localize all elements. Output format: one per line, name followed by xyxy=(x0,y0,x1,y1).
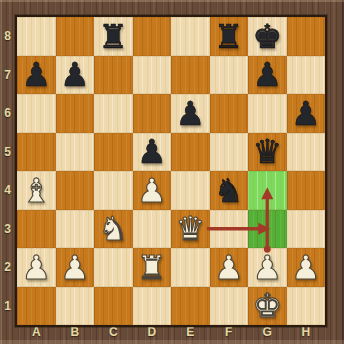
square-b5[interactable] xyxy=(56,133,95,172)
piece-black-pawn-d5[interactable]: ♟ xyxy=(137,135,167,168)
square-e5[interactable] xyxy=(171,133,210,172)
square-h4[interactable] xyxy=(287,171,326,210)
rank-label-3: 3 xyxy=(0,210,15,249)
square-h2[interactable]: ♟ xyxy=(287,248,326,287)
piece-black-queen-g5[interactable]: ♛ xyxy=(252,135,282,168)
square-h6[interactable]: ♟ xyxy=(287,94,326,133)
piece-black-rook-c8[interactable]: ♜ xyxy=(98,20,128,53)
square-c4[interactable] xyxy=(94,171,133,210)
square-e7[interactable] xyxy=(171,56,210,95)
square-h7[interactable] xyxy=(287,56,326,95)
board-border: ♜♜♚♟♟♟♟♟♟♛♝♟♞♞♛♟♟♜♟♟♟♚ xyxy=(15,15,327,327)
chess-board-frame: 87654321 ABCDEFGH ♜♜♚♟♟♟♟♟♟♛♝♟♞♞♛♟♟♜♟♟♟♚ xyxy=(0,0,344,344)
square-d4[interactable]: ♟ xyxy=(133,171,172,210)
piece-black-knight-f4[interactable]: ♞ xyxy=(214,174,244,207)
rank-label-6: 6 xyxy=(0,94,15,133)
piece-white-pawn-h2[interactable]: ♟ xyxy=(291,251,321,284)
square-h8[interactable] xyxy=(287,17,326,56)
square-g8[interactable]: ♚ xyxy=(248,17,287,56)
square-f6[interactable] xyxy=(210,94,249,133)
rank-label-1: 1 xyxy=(0,287,15,326)
rank-label-7: 7 xyxy=(0,56,15,95)
square-c3[interactable]: ♞ xyxy=(94,210,133,249)
square-h3[interactable] xyxy=(287,210,326,249)
square-g2[interactable]: ♟ xyxy=(248,248,287,287)
square-a5[interactable] xyxy=(17,133,56,172)
piece-white-bishop-a4[interactable]: ♝ xyxy=(21,174,51,207)
piece-white-pawn-a2[interactable]: ♟ xyxy=(21,251,51,284)
piece-black-pawn-g7[interactable]: ♟ xyxy=(252,58,282,91)
square-f5[interactable] xyxy=(210,133,249,172)
square-c2[interactable] xyxy=(94,248,133,287)
rank-labels: 87654321 xyxy=(0,17,15,325)
square-c6[interactable] xyxy=(94,94,133,133)
rank-label-2: 2 xyxy=(0,248,15,287)
square-g3[interactable] xyxy=(248,210,287,249)
square-d1[interactable] xyxy=(133,287,172,326)
square-g5[interactable]: ♛ xyxy=(248,133,287,172)
square-a3[interactable] xyxy=(17,210,56,249)
square-b7[interactable]: ♟ xyxy=(56,56,95,95)
square-e1[interactable] xyxy=(171,287,210,326)
square-a6[interactable] xyxy=(17,94,56,133)
square-f4[interactable]: ♞ xyxy=(210,171,249,210)
piece-white-pawn-f2[interactable]: ♟ xyxy=(214,251,244,284)
square-h1[interactable] xyxy=(287,287,326,326)
square-d8[interactable] xyxy=(133,17,172,56)
piece-white-pawn-b2[interactable]: ♟ xyxy=(60,251,90,284)
square-b8[interactable] xyxy=(56,17,95,56)
square-b6[interactable] xyxy=(56,94,95,133)
rank-label-8: 8 xyxy=(0,17,15,56)
square-c5[interactable] xyxy=(94,133,133,172)
square-b2[interactable]: ♟ xyxy=(56,248,95,287)
square-g1[interactable]: ♚ xyxy=(248,287,287,326)
square-f8[interactable]: ♜ xyxy=(210,17,249,56)
square-e3[interactable]: ♛ xyxy=(171,210,210,249)
square-e2[interactable] xyxy=(171,248,210,287)
square-e8[interactable] xyxy=(171,17,210,56)
piece-black-king-g8[interactable]: ♚ xyxy=(252,20,282,53)
square-a2[interactable]: ♟ xyxy=(17,248,56,287)
piece-black-pawn-h6[interactable]: ♟ xyxy=(291,97,321,130)
square-f7[interactable] xyxy=(210,56,249,95)
square-f3[interactable] xyxy=(210,210,249,249)
square-d3[interactable] xyxy=(133,210,172,249)
piece-black-rook-f8[interactable]: ♜ xyxy=(214,20,244,53)
piece-white-pawn-d4[interactable]: ♟ xyxy=(137,174,167,207)
square-g4[interactable] xyxy=(248,171,287,210)
piece-black-pawn-b7[interactable]: ♟ xyxy=(60,58,90,91)
square-h5[interactable] xyxy=(287,133,326,172)
square-d6[interactable] xyxy=(133,94,172,133)
square-c8[interactable]: ♜ xyxy=(94,17,133,56)
square-a4[interactable]: ♝ xyxy=(17,171,56,210)
square-b4[interactable] xyxy=(56,171,95,210)
square-a8[interactable] xyxy=(17,17,56,56)
piece-black-pawn-e6[interactable]: ♟ xyxy=(175,97,205,130)
square-a7[interactable]: ♟ xyxy=(17,56,56,95)
square-e4[interactable] xyxy=(171,171,210,210)
piece-white-queen-e3[interactable]: ♛ xyxy=(175,212,205,245)
piece-white-king-g1[interactable]: ♚ xyxy=(252,289,282,322)
square-c1[interactable] xyxy=(94,287,133,326)
square-g7[interactable]: ♟ xyxy=(248,56,287,95)
square-e6[interactable]: ♟ xyxy=(171,94,210,133)
piece-white-rook-d2[interactable]: ♜ xyxy=(137,251,167,284)
square-d7[interactable] xyxy=(133,56,172,95)
rank-label-5: 5 xyxy=(0,133,15,172)
square-f2[interactable]: ♟ xyxy=(210,248,249,287)
piece-black-pawn-a7[interactable]: ♟ xyxy=(21,58,51,91)
square-a1[interactable] xyxy=(17,287,56,326)
chess-board: ♜♜♚♟♟♟♟♟♟♛♝♟♞♞♛♟♟♜♟♟♟♚ xyxy=(17,17,325,325)
rank-label-4: 4 xyxy=(0,171,15,210)
square-f1[interactable] xyxy=(210,287,249,326)
square-b1[interactable] xyxy=(56,287,95,326)
square-b3[interactable] xyxy=(56,210,95,249)
square-d2[interactable]: ♜ xyxy=(133,248,172,287)
square-g6[interactable] xyxy=(248,94,287,133)
square-d5[interactable]: ♟ xyxy=(133,133,172,172)
piece-white-knight-c3[interactable]: ♞ xyxy=(98,212,128,245)
piece-white-pawn-g2[interactable]: ♟ xyxy=(252,251,282,284)
square-c7[interactable] xyxy=(94,56,133,95)
